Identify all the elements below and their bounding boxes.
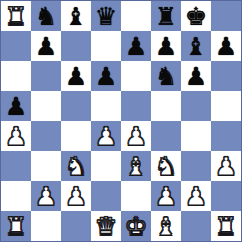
piece-black-pawn[interactable]: ♟	[35, 34, 57, 59]
square-e8[interactable]	[121, 1, 151, 31]
square-d6[interactable]: ♟	[91, 61, 121, 91]
square-h8[interactable]	[211, 1, 241, 31]
square-f5[interactable]	[151, 91, 181, 121]
square-d4[interactable]: ♟	[91, 121, 121, 151]
square-g5[interactable]	[181, 91, 211, 121]
square-a4[interactable]: ♟	[1, 121, 31, 151]
piece-black-queen[interactable]: ♛	[95, 4, 117, 29]
square-c5[interactable]	[61, 91, 91, 121]
square-f3[interactable]: ♞	[151, 151, 181, 181]
piece-black-rook[interactable]: ♜	[155, 4, 177, 29]
square-c3[interactable]: ♞	[61, 151, 91, 181]
square-h7[interactable]: ♟	[211, 31, 241, 61]
square-a5[interactable]: ♟	[1, 91, 31, 121]
piece-black-king[interactable]: ♚	[185, 4, 207, 29]
piece-black-bishop[interactable]: ♝	[65, 4, 87, 29]
square-d7[interactable]	[91, 31, 121, 61]
square-d3[interactable]	[91, 151, 121, 181]
square-b3[interactable]	[31, 151, 61, 181]
square-e7[interactable]: ♟	[121, 31, 151, 61]
square-f4[interactable]	[151, 121, 181, 151]
square-b1[interactable]	[31, 211, 61, 241]
square-d2[interactable]	[91, 181, 121, 211]
piece-white-knight[interactable]: ♞	[155, 154, 177, 179]
square-c2[interactable]: ♟	[61, 181, 91, 211]
square-a8[interactable]: ♜	[1, 1, 31, 31]
square-g4[interactable]	[181, 121, 211, 151]
piece-black-pawn[interactable]: ♟	[185, 64, 207, 89]
square-f8[interactable]: ♜	[151, 1, 181, 31]
square-h6[interactable]	[211, 61, 241, 91]
piece-black-pawn[interactable]: ♟	[215, 34, 237, 59]
piece-black-pawn[interactable]: ♟	[125, 34, 147, 59]
piece-white-pawn[interactable]: ♟	[35, 184, 57, 209]
square-e2[interactable]	[121, 181, 151, 211]
piece-white-pawn[interactable]: ♟	[65, 184, 87, 209]
square-h3[interactable]: ♟	[211, 151, 241, 181]
square-h4[interactable]	[211, 121, 241, 151]
piece-white-pawn[interactable]: ♟	[125, 124, 147, 149]
square-e4[interactable]: ♟	[121, 121, 151, 151]
square-a6[interactable]	[1, 61, 31, 91]
square-a3[interactable]	[1, 151, 31, 181]
piece-white-bishop[interactable]: ♝	[125, 154, 147, 179]
piece-black-knight[interactable]: ♞	[155, 64, 177, 89]
square-a2[interactable]	[1, 181, 31, 211]
square-b4[interactable]	[31, 121, 61, 151]
square-a7[interactable]	[1, 31, 31, 61]
square-b6[interactable]	[31, 61, 61, 91]
square-b7[interactable]: ♟	[31, 31, 61, 61]
square-e1[interactable]: ♚	[121, 211, 151, 241]
square-b8[interactable]: ♞	[31, 1, 61, 31]
square-e6[interactable]	[121, 61, 151, 91]
square-g7[interactable]: ♝	[181, 31, 211, 61]
square-c4[interactable]	[61, 121, 91, 151]
piece-white-pawn[interactable]: ♟	[215, 154, 237, 179]
piece-white-pawn[interactable]: ♟	[95, 124, 117, 149]
square-c8[interactable]: ♝	[61, 1, 91, 31]
chess-board: ♜♞♝♛♜♚♟♟♟♝♟♟♟♞♟♟♟♟♟♞♝♞♟♟♟♟♟♜♛♚♝♜	[0, 0, 242, 242]
piece-black-knight[interactable]: ♞	[35, 4, 57, 29]
square-g8[interactable]: ♚	[181, 1, 211, 31]
square-c7[interactable]	[61, 31, 91, 61]
piece-white-rook[interactable]: ♜	[215, 214, 237, 239]
piece-white-queen[interactable]: ♛	[95, 214, 117, 239]
piece-black-pawn[interactable]: ♟	[95, 64, 117, 89]
square-d1[interactable]: ♛	[91, 211, 121, 241]
square-g1[interactable]	[181, 211, 211, 241]
piece-black-pawn[interactable]: ♟	[5, 94, 27, 119]
piece-white-bishop[interactable]: ♝	[155, 214, 177, 239]
square-d8[interactable]: ♛	[91, 1, 121, 31]
square-h1[interactable]: ♜	[211, 211, 241, 241]
square-d5[interactable]	[91, 91, 121, 121]
piece-white-knight[interactable]: ♞	[65, 154, 87, 179]
piece-black-pawn[interactable]: ♟	[65, 64, 87, 89]
piece-white-rook[interactable]: ♜	[5, 4, 27, 29]
piece-white-pawn[interactable]: ♟	[185, 184, 207, 209]
square-f1[interactable]: ♝	[151, 211, 181, 241]
square-c1[interactable]	[61, 211, 91, 241]
square-b2[interactable]: ♟	[31, 181, 61, 211]
square-a1[interactable]: ♜	[1, 211, 31, 241]
square-g3[interactable]	[181, 151, 211, 181]
square-b5[interactable]	[31, 91, 61, 121]
square-f2[interactable]: ♟	[151, 181, 181, 211]
square-e3[interactable]: ♝	[121, 151, 151, 181]
piece-white-pawn[interactable]: ♟	[155, 184, 177, 209]
piece-white-rook[interactable]: ♜	[5, 214, 27, 239]
square-g6[interactable]: ♟	[181, 61, 211, 91]
square-e5[interactable]	[121, 91, 151, 121]
square-g2[interactable]: ♟	[181, 181, 211, 211]
piece-black-pawn[interactable]: ♟	[155, 34, 177, 59]
piece-black-bishop[interactable]: ♝	[185, 34, 207, 59]
square-c6[interactable]: ♟	[61, 61, 91, 91]
piece-white-king[interactable]: ♚	[125, 214, 147, 239]
square-h2[interactable]	[211, 181, 241, 211]
square-f6[interactable]: ♞	[151, 61, 181, 91]
square-h5[interactable]	[211, 91, 241, 121]
square-f7[interactable]: ♟	[151, 31, 181, 61]
piece-white-pawn[interactable]: ♟	[5, 124, 27, 149]
